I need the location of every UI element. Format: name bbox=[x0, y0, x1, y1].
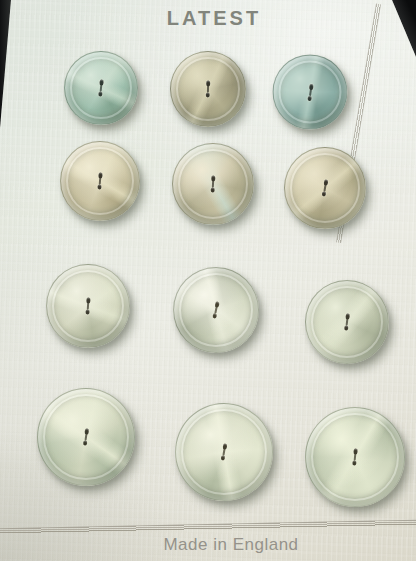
thread-hole bbox=[206, 80, 211, 86]
button-12 bbox=[305, 407, 405, 507]
button-6 bbox=[284, 147, 366, 229]
button-holes bbox=[211, 301, 220, 319]
thread-hole bbox=[214, 301, 220, 307]
thread-hole bbox=[220, 455, 225, 461]
made-in-england-label: Made in England bbox=[23, 535, 416, 555]
button-card-photo: LATEST Made in England bbox=[0, 0, 416, 561]
button-2 bbox=[170, 51, 246, 127]
button-holes bbox=[210, 175, 217, 192]
button-holes bbox=[351, 448, 359, 466]
button-4 bbox=[60, 141, 140, 221]
button-holes bbox=[343, 313, 351, 331]
button-8 bbox=[173, 267, 259, 353]
button-holes bbox=[321, 179, 330, 197]
button-holes bbox=[84, 297, 91, 314]
button-holes bbox=[96, 172, 103, 189]
thread-hole bbox=[352, 460, 357, 466]
thread-hole bbox=[205, 92, 210, 98]
thread-hole bbox=[212, 312, 218, 318]
thread-hole bbox=[210, 187, 215, 193]
button-5 bbox=[172, 143, 254, 225]
button-holes bbox=[306, 83, 314, 101]
thread-hole bbox=[222, 443, 227, 449]
button-holes bbox=[97, 79, 105, 97]
thread-hole bbox=[211, 175, 216, 181]
button-7 bbox=[46, 264, 130, 348]
thread-hole bbox=[84, 428, 89, 434]
thread-hole bbox=[321, 191, 326, 197]
buttons-layer bbox=[0, 0, 416, 561]
thread-hole bbox=[97, 184, 102, 190]
button-3 bbox=[273, 55, 348, 130]
thread-hole bbox=[85, 309, 90, 315]
button-1 bbox=[64, 51, 138, 125]
thread-hole bbox=[308, 83, 313, 89]
thread-hole bbox=[344, 325, 349, 331]
button-9 bbox=[305, 280, 389, 364]
thread-hole bbox=[323, 179, 328, 185]
thread-hole bbox=[353, 448, 358, 454]
card-title: LATEST bbox=[6, 7, 416, 30]
thread-hole bbox=[98, 172, 103, 178]
button-10 bbox=[37, 388, 135, 486]
thread-hole bbox=[83, 440, 88, 446]
button-11 bbox=[175, 403, 273, 501]
thread-hole bbox=[86, 297, 91, 303]
button-holes bbox=[220, 443, 229, 461]
thread-hole bbox=[98, 91, 103, 97]
thread-hole bbox=[345, 313, 350, 319]
button-holes bbox=[205, 80, 212, 97]
thread-hole bbox=[307, 95, 312, 101]
sample-card: LATEST Made in England bbox=[0, 0, 416, 561]
thread-hole bbox=[99, 79, 104, 85]
button-holes bbox=[82, 428, 90, 446]
